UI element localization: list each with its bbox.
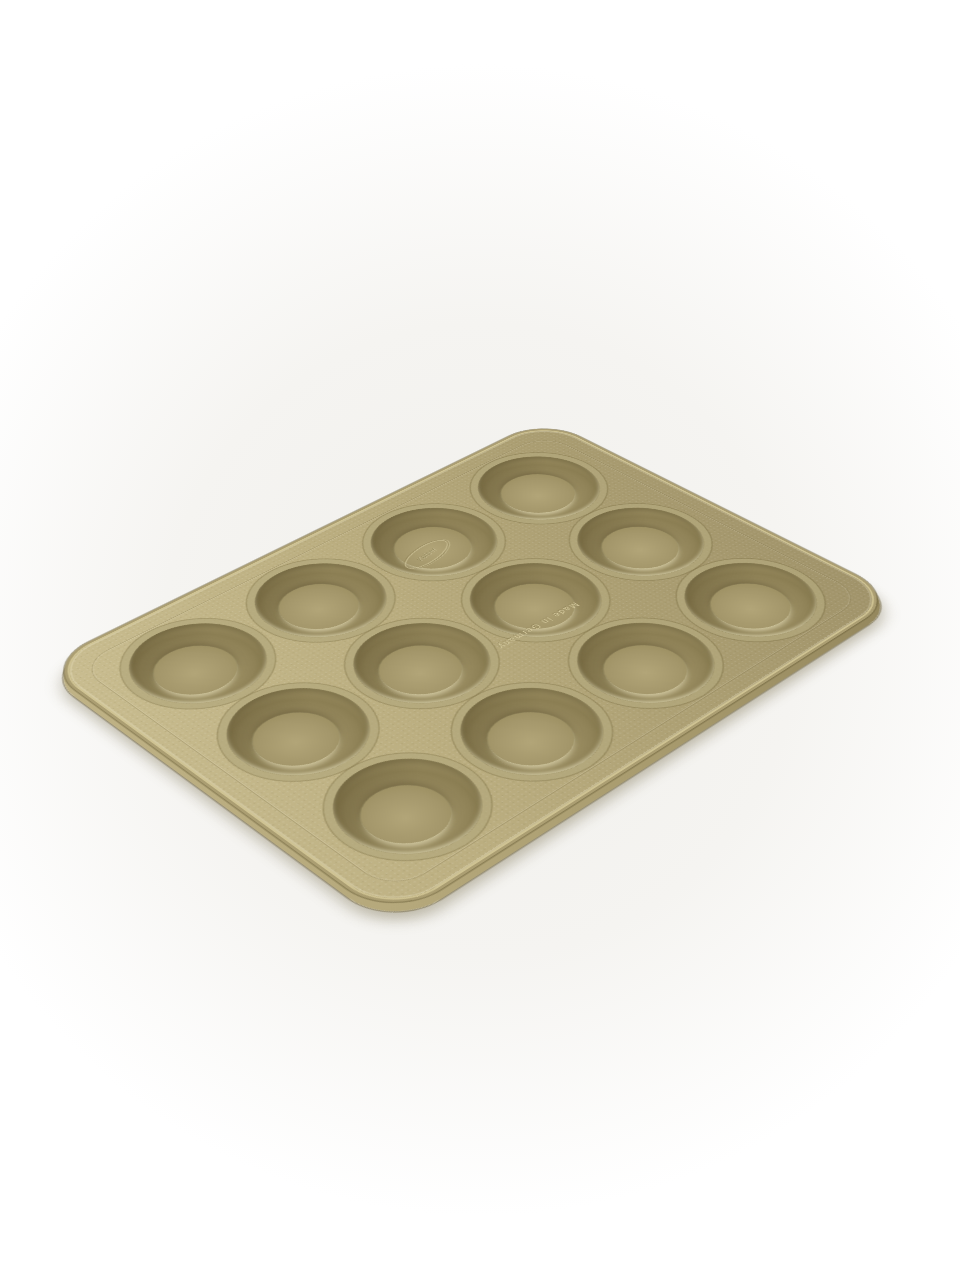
muffin-pan-wrapper: Kaiser Made in Germany bbox=[49, 422, 893, 915]
cup-floor bbox=[479, 575, 591, 638]
muffin-cup bbox=[302, 740, 513, 875]
cup-floor bbox=[362, 636, 479, 705]
cup-floor bbox=[342, 774, 469, 856]
muffin-cup bbox=[453, 444, 625, 534]
cup-floor bbox=[486, 467, 590, 521]
muffin-cup bbox=[658, 548, 844, 652]
cup-floor bbox=[470, 702, 592, 777]
cup-floor bbox=[587, 636, 704, 705]
cup-grid bbox=[49, 422, 893, 915]
cup-floor bbox=[263, 575, 375, 638]
cup-floor bbox=[235, 702, 357, 777]
cup-floor bbox=[586, 519, 694, 577]
muffin-cup bbox=[325, 607, 518, 720]
cup-floor bbox=[379, 519, 487, 577]
muffin-cup bbox=[345, 495, 524, 592]
muffin-cup bbox=[102, 608, 295, 721]
muffin-cup bbox=[198, 671, 400, 795]
cup-floor bbox=[137, 636, 253, 705]
muffin-cup bbox=[549, 607, 743, 720]
muffin-cup bbox=[551, 494, 730, 591]
embossed-brand-stamp: Kaiser bbox=[396, 536, 458, 574]
product-photo-stage: Kaiser Made in Germany bbox=[0, 0, 960, 1280]
made-in-germany-text: Made in Germany bbox=[495, 601, 582, 650]
muffin-cup bbox=[431, 671, 633, 794]
muffin-cup bbox=[443, 549, 629, 653]
cup-floor bbox=[695, 575, 807, 638]
brand-stamp-text: Kaiser bbox=[415, 547, 439, 562]
muffin-cup bbox=[228, 549, 414, 654]
muffin-pan: Kaiser Made in Germany bbox=[49, 422, 893, 915]
